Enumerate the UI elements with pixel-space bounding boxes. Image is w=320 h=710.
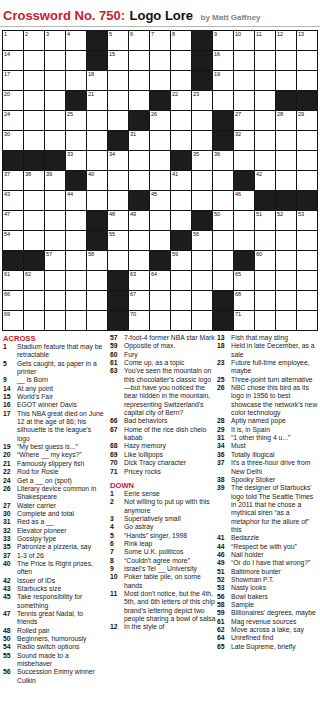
grid-cell[interactable]	[297, 71, 317, 90]
grid-cell[interactable]	[45, 71, 65, 90]
cell-number: 43	[4, 191, 10, 198]
clue-item: 59Billionaires' degrees, maybe	[217, 609, 320, 617]
grid-cell[interactable]: 4	[66, 31, 86, 50]
grid-cell[interactable]	[45, 51, 65, 70]
clue-text: 1-3 of 26	[17, 552, 44, 559]
grid-cell[interactable]	[276, 151, 296, 170]
grid-cell[interactable]: 32	[234, 131, 254, 150]
grid-cell[interactable]	[192, 291, 212, 310]
clue-text: Dick Tracy character	[124, 459, 186, 466]
grid-cell[interactable]	[66, 271, 86, 290]
grid-cell[interactable]	[297, 51, 317, 70]
cell-number: 69	[4, 311, 10, 318]
grid-cell[interactable]	[24, 231, 44, 250]
grid-cell[interactable]	[24, 71, 44, 90]
grid-cell[interactable]	[108, 91, 128, 110]
grid-cell[interactable]	[234, 51, 254, 70]
clue-item: 50Beginners, humorously	[3, 635, 105, 643]
grid-cell[interactable]: 45	[150, 191, 170, 210]
grid-cell[interactable]	[24, 131, 44, 150]
grid-cell[interactable]	[276, 311, 296, 330]
grid-cell[interactable]	[171, 111, 191, 130]
cell-number: 61	[4, 271, 10, 278]
clue-item: 67Home of the rice dish chelo kabab	[110, 426, 216, 443]
grid-cell[interactable]	[87, 311, 107, 330]
clue-item: 64Unrefined find	[217, 634, 320, 642]
clue-text: “Where __ my keys?”	[17, 451, 82, 458]
clue-text: Pricey rocks	[124, 468, 161, 475]
grid-cell[interactable]	[87, 271, 107, 290]
grid-cell[interactable]	[234, 231, 254, 250]
cell-number: 64	[151, 271, 157, 278]
cell-number: 27	[235, 111, 241, 118]
grid-cell[interactable]	[45, 211, 65, 230]
clue-number: 64	[217, 634, 231, 642]
clue-number: 37	[3, 552, 17, 560]
grid-cell[interactable]	[108, 171, 128, 190]
clue-number: 52	[217, 576, 231, 584]
grid-cell[interactable]: 18	[87, 71, 107, 90]
grid-cell[interactable]: 7	[150, 31, 170, 50]
grid-cell[interactable]	[24, 91, 44, 110]
grid-cell[interactable]	[150, 311, 170, 330]
cell-number: 16	[214, 51, 220, 58]
grid-cell[interactable]	[213, 171, 233, 190]
grid-cell[interactable]: 63	[129, 271, 149, 290]
grid-cell[interactable]	[213, 271, 233, 290]
clue-text: Mag revenue sources	[231, 618, 296, 625]
grid-cell[interactable]: 42	[255, 171, 275, 190]
grid-cell[interactable]	[171, 311, 191, 330]
cell-number: 9	[214, 31, 217, 38]
grid-cell[interactable]: 10	[234, 31, 254, 50]
clue-item: 46Nail holder	[217, 551, 320, 559]
clue-item: 55Sound made to a misbehaver	[3, 652, 105, 669]
grid-cell[interactable]: 65	[234, 271, 254, 290]
grid-cell[interactable]	[171, 271, 191, 290]
grid-cell[interactable]	[276, 291, 296, 310]
cell-number: 50	[214, 211, 220, 218]
grid-cell[interactable]	[255, 151, 275, 170]
grid-cell[interactable]: 22	[171, 91, 191, 110]
grid-cell[interactable]: 36	[213, 151, 233, 170]
grid-cell[interactable]	[45, 291, 65, 310]
grid-cell[interactable]	[45, 131, 65, 150]
grid-cell[interactable]	[45, 111, 65, 130]
cell-number: 26	[151, 111, 157, 118]
grid-cell[interactable]	[255, 111, 275, 130]
grid-cell[interactable]	[171, 291, 191, 310]
grid-cell[interactable]	[66, 231, 86, 250]
grid-cell[interactable]: 17	[3, 71, 23, 90]
clue-item: 23Future full-time employee, maybe	[217, 359, 320, 376]
cell-number: 36	[214, 151, 220, 158]
clue-item: 63You've seen the mountain on this choco…	[110, 367, 216, 417]
grid-cell[interactable]	[108, 71, 128, 90]
grid-cell[interactable]	[276, 231, 296, 250]
grid-cell[interactable]	[213, 251, 233, 270]
grid-cell[interactable]	[213, 191, 233, 210]
clue-item: 21Famously slippery fish	[3, 460, 105, 468]
grid-cell[interactable]: 57	[45, 251, 65, 270]
cell-number: 4	[67, 31, 70, 38]
grid-cell[interactable]	[150, 131, 170, 150]
grid-cell[interactable]	[297, 251, 317, 270]
grid-cell[interactable]	[297, 271, 317, 290]
grid-cell[interactable]: 50	[213, 211, 233, 230]
grid-cell[interactable]: 26	[150, 111, 170, 130]
cell-number: 20	[4, 91, 10, 98]
grid-cell[interactable]	[297, 311, 317, 330]
grid-cell[interactable]: 66	[3, 291, 23, 310]
grid-cell[interactable]: 55	[108, 231, 128, 250]
clue-text: Bowl bakers	[231, 593, 268, 600]
cell-number: 39	[46, 171, 52, 178]
grid-cell[interactable]	[108, 251, 128, 270]
grid-cell[interactable]: 31	[129, 131, 149, 150]
grid-cell[interactable]	[255, 51, 275, 70]
grid-cell[interactable]	[129, 171, 149, 190]
grid-cell[interactable]	[129, 231, 149, 250]
cell-number: 6	[130, 31, 133, 38]
cell-number: 19	[214, 71, 220, 78]
grid-cell[interactable]	[192, 311, 212, 330]
clue-number: 33	[3, 535, 17, 543]
grid-cell[interactable]	[171, 191, 191, 210]
grid-cell[interactable]: 5	[108, 31, 128, 50]
clue-item: 22Rod for Rosie	[3, 468, 105, 476]
grid-cell[interactable]: 43	[3, 191, 23, 210]
grid-cell[interactable]	[24, 311, 44, 330]
clue-number: 34	[217, 442, 231, 450]
clue-item: 2Not willing to put up with this anymore	[110, 498, 216, 515]
black-cell	[108, 131, 128, 150]
grid-cell[interactable]	[108, 191, 128, 210]
clue-item: 19“My best guess is...”	[3, 443, 105, 451]
grid-cell[interactable]	[24, 211, 44, 230]
cell-number: 5	[109, 31, 112, 38]
grid-cell[interactable]	[234, 211, 254, 230]
grid-cell[interactable]: 44	[66, 191, 86, 210]
grid-cell[interactable]: 46	[234, 191, 254, 210]
grid-cell[interactable]	[150, 231, 170, 250]
grid-cell[interactable]	[150, 171, 170, 190]
grid-cell[interactable]: 27	[234, 111, 254, 130]
grid-cell[interactable]	[24, 291, 44, 310]
clue-text: Hazy memory	[124, 442, 166, 449]
grid-cell[interactable]: 47	[3, 211, 23, 230]
grid-cell[interactable]	[255, 91, 275, 110]
grid-cell[interactable]: 51	[255, 211, 275, 230]
grid-cell[interactable]: 16	[213, 51, 233, 70]
grid-cell[interactable]	[297, 171, 317, 190]
clue-text: It is, in Spain	[231, 426, 270, 433]
grid-cell[interactable]: 8	[171, 31, 191, 50]
clue-item: 56Succession Emmy winner Culkin	[3, 668, 105, 685]
clue-text: 7-foot-4 former NBA star Mark	[124, 334, 215, 341]
grid-cell[interactable]	[192, 251, 212, 270]
cell-number: 41	[172, 171, 178, 178]
grid-cell[interactable]	[45, 311, 65, 330]
grid-cell[interactable]	[150, 291, 170, 310]
cell-number: 66	[4, 291, 10, 298]
grid-cell[interactable]: 20	[3, 91, 23, 110]
cell-number: 22	[172, 91, 178, 98]
grid-cell[interactable]: 25	[66, 111, 86, 130]
clue-number: 8	[110, 557, 124, 565]
grid-cell[interactable]: 3	[45, 31, 65, 50]
crossword-grid: 1234567891011121314151617181920212223242…	[2, 30, 318, 331]
grid-cell[interactable]: 19	[213, 71, 233, 90]
grid-cell[interactable]: 59	[171, 251, 191, 270]
grid-cell[interactable]	[129, 51, 149, 70]
grid-cell[interactable]	[66, 71, 86, 90]
grid-cell[interactable]	[234, 91, 254, 110]
grid-cell[interactable]	[150, 211, 170, 230]
grid-cell[interactable]: 69	[3, 311, 23, 330]
clue-text: Unrefined find	[231, 634, 273, 641]
grid-cell[interactable]: 13	[297, 31, 317, 50]
grid-cell[interactable]	[234, 151, 254, 170]
grid-cell[interactable]: 41	[171, 171, 191, 190]
grid-cell[interactable]: 58	[87, 251, 107, 270]
grid-cell[interactable]	[297, 131, 317, 150]
grid-cell[interactable]: 9	[213, 31, 233, 50]
grid-cell[interactable]: 56	[192, 231, 212, 250]
grid-cell[interactable]	[213, 91, 233, 110]
clue-item: 35Patronize a pizzeria, say	[3, 543, 105, 551]
clue-number: 56	[217, 593, 231, 601]
grid-cell[interactable]: 12	[276, 31, 296, 50]
grid-cell[interactable]: 52	[276, 211, 296, 230]
clue-item: 7Some U.K. politicos	[110, 548, 216, 556]
cell-number: 23	[193, 91, 199, 98]
clue-text: Succession Emmy winner Culkin	[17, 668, 95, 683]
grid-cell[interactable]	[150, 151, 170, 170]
grid-cell[interactable]	[87, 151, 107, 170]
grid-cell[interactable]: 6	[129, 31, 149, 50]
grid-cell[interactable]	[66, 211, 86, 230]
cell-number: 30	[4, 131, 10, 138]
black-cell	[234, 251, 254, 270]
clue-item: 31Red as a __	[3, 518, 105, 526]
grid-cell[interactable]: 70	[129, 311, 149, 330]
clue-number: 67	[110, 426, 124, 434]
grid-cell[interactable]	[171, 211, 191, 230]
clue-item: 20“Where __ my keys?”	[3, 451, 105, 459]
grid-cell[interactable]: 48	[108, 211, 128, 230]
clue-text: Elevator pioneer	[17, 527, 67, 534]
grid-cell[interactable]	[66, 291, 86, 310]
grid-cell[interactable]	[66, 131, 86, 150]
clue-item: 25Three-point turn alternative	[217, 376, 320, 384]
grid-cell[interactable]	[129, 91, 149, 110]
clue-text: You've seen the mountain on this chocola…	[124, 367, 211, 416]
clue-item: 9__ Is Born	[3, 376, 105, 384]
clue-text: Tennis great Nadal, to friends	[17, 610, 83, 625]
clue-text: Starbucks size	[17, 585, 61, 592]
grid-cell[interactable]: 34	[108, 151, 128, 170]
grid-cell[interactable]	[276, 251, 296, 270]
black-cell	[129, 111, 149, 130]
grid-cell[interactable]	[108, 111, 128, 130]
grid-cell[interactable]	[192, 171, 212, 190]
grid-cell[interactable]: 71	[234, 311, 254, 330]
clue-number: 36	[217, 451, 231, 459]
grid-cell[interactable]	[255, 231, 275, 250]
grid-cell[interactable]	[276, 71, 296, 90]
grid-cell[interactable]	[171, 51, 191, 70]
grid-cell[interactable]: 40	[87, 171, 107, 190]
grid-cell[interactable]	[297, 231, 317, 250]
clue-text: Totally illogical	[231, 451, 274, 458]
grid-cell[interactable]	[45, 271, 65, 290]
grid-cell[interactable]	[276, 131, 296, 150]
grid-cell[interactable]	[87, 291, 107, 310]
grid-cell[interactable]	[150, 51, 170, 70]
grid-cell[interactable]	[255, 71, 275, 90]
grid-cell[interactable]: 2	[24, 31, 44, 50]
clue-item: 26Literary device common in Shakespeare	[3, 485, 105, 502]
grid-cell[interactable]	[24, 51, 44, 70]
grid-cell[interactable]	[276, 51, 296, 70]
grid-cell[interactable]	[192, 271, 212, 290]
grid-cell[interactable]: 68	[234, 291, 254, 310]
grid-cell[interactable]: 35	[192, 151, 212, 170]
grid-cell[interactable]: 23	[192, 91, 212, 110]
clue-number: 60	[110, 351, 124, 359]
grid-cell[interactable]	[66, 311, 86, 330]
grid-cell[interactable]: 39	[45, 171, 65, 190]
clue-text: Baltimore bunter	[231, 568, 281, 575]
clue-number: 19	[3, 443, 17, 451]
grid-cell[interactable]: 37	[3, 171, 23, 190]
grid-cell[interactable]: 15	[108, 51, 128, 70]
grid-cell[interactable]: 1	[3, 31, 23, 50]
grid-cell[interactable]: 53	[297, 211, 317, 230]
grid-cell[interactable]	[192, 131, 212, 150]
grid-cell[interactable]	[171, 131, 191, 150]
clue-text: “Respect be with you”	[231, 543, 297, 550]
clue-text: In the style of	[124, 623, 164, 630]
grid-cell[interactable]: 38	[24, 171, 44, 190]
clue-number: 3	[110, 515, 124, 523]
grid-cell[interactable]: 21	[87, 91, 107, 110]
cell-number: 58	[88, 251, 94, 258]
clue-number: 23	[217, 359, 231, 367]
clue-item: 39The designer of Starbucks' logo told T…	[217, 484, 320, 534]
black-cell	[3, 251, 23, 270]
clue-text: The designer of Starbucks' logo told The…	[231, 484, 313, 533]
grid-cell[interactable]	[129, 151, 149, 170]
grid-cell[interactable]	[87, 131, 107, 150]
clue-number: 68	[110, 442, 124, 450]
grid-cell[interactable]	[276, 271, 296, 290]
grid-cell[interactable]	[129, 251, 149, 270]
grid-cell[interactable]	[192, 111, 212, 130]
grid-cell[interactable]: 67	[129, 291, 149, 310]
grid-cell[interactable]: 33	[66, 151, 86, 170]
clue-number: 20	[3, 451, 17, 459]
grid-cell[interactable]	[129, 71, 149, 90]
cell-number: 70	[130, 311, 136, 318]
grid-cell[interactable]	[234, 71, 254, 90]
grid-cell[interactable]: 28	[276, 111, 296, 130]
cell-number: 8	[172, 31, 175, 38]
cell-number: 63	[130, 271, 136, 278]
grid-cell[interactable]: 29	[297, 111, 317, 130]
grid-cell[interactable]	[87, 111, 107, 130]
clue-text: Water carrier	[17, 502, 56, 509]
grid-cell[interactable]	[255, 311, 275, 330]
divider	[0, 26, 320, 27]
clue-item: 577-foot-4 former NBA star Mark	[110, 334, 216, 342]
grid-cell[interactable]: 64	[150, 271, 170, 290]
grid-cell[interactable]: 54	[3, 231, 23, 250]
grid-cell[interactable]	[192, 191, 212, 210]
clue-number: 62	[217, 626, 231, 634]
grid-cell[interactable]	[255, 291, 275, 310]
grid-cell[interactable]	[276, 171, 296, 190]
clue-text: Gossipy type	[17, 535, 56, 542]
grid-cell[interactable]: 61	[3, 271, 23, 290]
clue-number: 26	[3, 485, 17, 493]
clue-text: Rolled pair	[17, 627, 50, 634]
clue-item: 26NBC chose this bird as its logo in 195…	[217, 384, 320, 417]
grid-cell[interactable]	[213, 231, 233, 250]
grid-cell[interactable]: 60	[255, 251, 275, 270]
grid-cell[interactable]	[24, 111, 44, 130]
grid-cell[interactable]: 49	[129, 211, 149, 230]
black-cell	[213, 111, 233, 130]
grid-cell[interactable]	[45, 231, 65, 250]
clue-text: Superlatively small	[124, 515, 181, 522]
clue-text: EGOT winner Davis	[17, 401, 77, 408]
grid-cell[interactable]	[45, 191, 65, 210]
clue-number: 4	[110, 523, 124, 531]
clue-item: 34Must	[217, 442, 320, 450]
grid-cell[interactable]	[171, 71, 191, 90]
clue-text: Must	[231, 442, 246, 449]
grid-cell[interactable]	[255, 271, 275, 290]
grid-cell[interactable]	[87, 191, 107, 210]
grid-cell[interactable]	[297, 151, 317, 170]
grid-cell[interactable]	[24, 191, 44, 210]
black-cell	[3, 151, 23, 170]
clue-number: 50	[3, 635, 17, 643]
grid-cell[interactable]: 11	[255, 31, 275, 50]
grid-cell[interactable]	[255, 131, 275, 150]
clue-text: Literary device common in Shakespeare	[17, 485, 96, 500]
grid-cell[interactable]: 30	[3, 131, 23, 150]
clue-item: 70Dick Tracy character	[110, 459, 216, 467]
clue-item: 5Gets caught, as paper in a printer	[3, 360, 105, 377]
clue-item: 15World's Fair	[3, 393, 105, 401]
clue-number: 39	[217, 484, 231, 492]
grid-cell[interactable]: 14	[3, 51, 23, 70]
grid-cell[interactable]	[150, 71, 170, 90]
clue-text: The Price Is Right prizes, often	[17, 560, 93, 575]
grid-cell[interactable]: 24	[3, 111, 23, 130]
grid-cell[interactable]	[45, 91, 65, 110]
grid-cell[interactable]	[297, 291, 317, 310]
clue-item: 52Showman P.T.	[217, 576, 320, 584]
grid-cell[interactable]	[66, 51, 86, 70]
clue-item: 8“Couldn't agree more”	[110, 557, 216, 565]
clue-item: 43Starbucks size	[3, 585, 105, 593]
grid-cell[interactable]: 62	[24, 271, 44, 290]
grid-cell[interactable]	[66, 251, 86, 270]
